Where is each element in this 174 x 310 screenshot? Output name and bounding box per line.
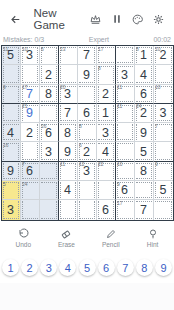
pencil-icon [105,228,117,240]
app-window: New Game [0,0,174,310]
numpad-button-1[interactable]: 1 [2,259,19,276]
cell-r9c1[interactable]: 3 [2,200,21,219]
cell-r3c9[interactable]: 10 [154,85,173,104]
numpad-button-6[interactable]: 6 [98,259,115,276]
status-row: Mistakes: 0/3 Expert 00:02 [0,32,174,45]
cell-value: 1 [140,49,147,62]
numpad-button-3[interactable]: 3 [40,259,57,276]
cell-r7c9[interactable]: 9 [154,162,173,181]
cell-value: 3 [7,204,14,217]
cage-sum-label: 12 [79,162,85,167]
cell-r1c7[interactable] [116,46,135,65]
settings-gear-icon[interactable] [152,13,165,26]
cell-value: 6 [83,107,90,120]
cage-sum-label: 7 [22,162,25,167]
cell-r1c2[interactable]: 103 [21,46,40,65]
cell-value: 7 [83,49,90,62]
cage-sum-label: 24 [136,104,142,109]
cell-r6c4[interactable]: 9 [59,142,78,161]
cell-value: 2 [140,107,147,120]
cell-r1c3[interactable]: 6 [40,46,59,65]
erase-label: Erase [58,241,75,248]
cell-r8c9[interactable]: 5 [154,181,173,200]
cell-r6c3[interactable]: 3 [40,142,59,161]
cage-border [22,143,38,159]
cage-border [60,66,76,82]
cell-value: 4 [64,184,71,197]
cell-value: 9 [140,127,147,140]
cage-sum-label: 17 [22,85,28,90]
cell-r9c5[interactable] [78,200,97,219]
cell-r3c5[interactable] [78,85,97,104]
cell-r2c2[interactable] [21,65,40,84]
back-button[interactable] [9,12,23,26]
cell-r8c6[interactable] [97,181,116,200]
cell-value: 8 [45,88,52,101]
sudoku-grid: 1151036237178110229834917782032116102197… [1,45,174,221]
cage-sum-label: 8 [98,66,101,71]
cage-sum-label: 17 [98,47,104,52]
cell-value: 6 [121,184,128,197]
undo-button[interactable]: Undo [15,228,31,248]
cage-sum-label: 21 [22,104,28,109]
cell-r1c1[interactable]: 115 [2,46,21,65]
cell-r1c4[interactable]: 23 [59,46,78,65]
cell-r5c5[interactable]: 8 [78,123,97,142]
cell-r3c4[interactable]: 203 [59,85,78,104]
cell-r8c3[interactable] [40,181,59,200]
cell-value: 9 [26,107,33,120]
cell-value: 3 [45,146,52,159]
difficulty-label: Expert [89,36,109,43]
cage-sum-label: 16 [3,143,9,148]
cage-sum-label: 6 [79,143,82,148]
crown-icon[interactable] [89,13,102,26]
cell-r7c7[interactable]: 10 [116,162,135,181]
cage-sum-label: 20 [60,85,66,90]
cell-r5c1[interactable]: 4 [2,123,21,142]
cell-r6c7[interactable] [116,142,135,161]
cage-sum-label: 10 [155,47,161,52]
numpad-button-4[interactable]: 4 [59,259,76,276]
cage-sum-label: 9 [3,85,6,90]
cell-value: 6 [140,88,147,101]
cage-sum-label: 8 [79,124,82,129]
cell-r1c9[interactable]: 102 [154,46,173,65]
numpad-button-7[interactable]: 7 [117,259,134,276]
cage-sum-label: 6 [41,47,44,52]
cell-r9c8[interactable]: 7 [135,200,154,219]
cell-value: 2 [102,88,109,101]
cage-border [60,201,76,218]
cell-r7c6[interactable]: 22 [97,162,116,181]
cell-r4c8[interactable]: 242 [135,104,154,123]
cage-border [41,201,57,218]
hint-button[interactable]: Hint [147,228,159,248]
cell-r2c1[interactable] [2,65,21,84]
cage-sum-label: 10 [117,162,123,167]
cell-r9c2[interactable] [21,200,40,219]
cell-r4c5[interactable]: 6 [78,104,97,123]
hint-label: Hint [147,241,159,248]
cell-r9c6[interactable]: 6 [97,200,116,219]
cage-sum-label: 22 [98,162,104,167]
cage-border [79,201,95,218]
cell-r7c5[interactable]: 123 [78,162,97,181]
cage-sum-label: 11 [117,104,122,109]
cage-sum-label: 23 [60,47,66,52]
pencil-label: Pencil [102,241,120,248]
cell-r6c9[interactable] [154,142,173,161]
cage-sum-label: 8 [136,47,139,52]
cage-sum-label: 10 [155,85,161,90]
cell-r4c7[interactable]: 11 [116,104,135,123]
cell-r3c2[interactable]: 177 [21,85,40,104]
cage-sum-label: 11 [3,47,8,52]
cell-value: 5 [140,146,147,159]
cell-value: 9 [64,146,71,159]
cell-value: 2 [26,127,33,140]
bottom-filler [0,283,174,310]
cage-sum-label: 17 [117,201,123,206]
cell-r7c4[interactable]: 11 [59,162,78,181]
cell-r3c6[interactable]: 2 [97,85,116,104]
cell-r4c1[interactable] [2,104,21,123]
cell-value: 6 [26,165,33,178]
cell-r8c1[interactable]: 5 [2,181,21,200]
toolbar: UndoErasePencilHint [0,221,174,253]
cell-r8c7[interactable]: 96 [116,181,135,200]
cell-r9c9[interactable] [154,200,173,219]
cell-r2c9[interactable] [154,65,173,84]
cell-r7c3[interactable] [40,162,59,181]
cell-value: 1 [102,107,109,120]
undo-icon [17,228,29,240]
cell-r8c5[interactable] [78,181,97,200]
cage-sum-label: 7 [155,124,158,129]
cage-sum-label: 11 [117,85,122,90]
cell-r6c5[interactable]: 62 [78,142,97,161]
timer-label: 00:02 [153,36,171,43]
cage-border [136,182,152,198]
cell-r6c8[interactable]: 5 [135,142,154,161]
cell-value: 7 [64,107,71,120]
cell-r3c8[interactable]: 6 [135,85,154,104]
cage-border [117,143,133,159]
cell-r5c3[interactable]: 266 [40,123,59,142]
bulb-icon [147,228,159,240]
cell-value: 3 [102,127,109,140]
cell-r9c3[interactable] [40,200,59,219]
cell-value: 2 [83,146,90,159]
cage-border [155,201,172,218]
numpad: 123456789 [0,253,174,283]
cage-sum-label: 24 [22,182,28,187]
cage-border [41,182,57,198]
cell-value: 9 [83,69,90,82]
cell-r2c3[interactable]: 2 [40,65,59,84]
cage-sum-label: 10 [22,47,28,52]
cell-r4c4[interactable]: 7 [59,104,78,123]
cell-r3c7[interactable]: 11 [116,85,135,104]
cage-border [117,124,133,140]
page-title: New Game [34,7,90,31]
cage-border [155,143,172,159]
cage-border [3,66,19,82]
numpad-button-5[interactable]: 5 [79,259,96,276]
undo-label: Undo [15,241,31,248]
cell-r2c8[interactable]: 4 [135,65,154,84]
erase-button[interactable]: Erase [58,228,75,248]
cell-r2c6[interactable]: 8 [97,65,116,84]
cell-r7c2[interactable]: 76 [21,162,40,181]
cell-r5c8[interactable]: 9 [135,123,154,142]
palette-icon[interactable] [131,13,144,26]
cell-r5c7[interactable] [116,123,135,142]
cage-sum-label: 9 [117,182,120,187]
cell-value: 2 [45,69,52,82]
cell-r3c3[interactable]: 8 [40,85,59,104]
cage-border [98,182,114,198]
cell-value: 3 [121,69,128,82]
numpad-button-8[interactable]: 8 [136,259,153,276]
mistakes-label: Mistakes: 0/3 [3,36,44,43]
cell-r6c1[interactable]: 16 [2,142,21,161]
cell-value: 4 [102,146,109,159]
cell-r3c1[interactable]: 9 [2,85,21,104]
cell-r4c6[interactable]: 1 [97,104,116,123]
cell-r5c6[interactable]: 3 [97,123,116,142]
cell-r8c2[interactable]: 24 [21,181,40,200]
cell-r1c6[interactable]: 17 [97,46,116,65]
cell-value: 9 [7,165,14,178]
cell-r6c2[interactable] [21,142,40,161]
back-arrow-icon [9,13,22,26]
cell-value: 4 [140,69,147,82]
cage-border [117,47,133,63]
pencil-button[interactable]: Pencil [102,228,120,248]
cage-border [22,201,38,218]
cell-r8c8[interactable] [135,181,154,200]
cage-border [41,163,57,179]
cell-r1c8[interactable]: 81 [135,46,154,65]
cage-border [22,66,38,82]
cell-value: 3 [160,107,167,120]
cage-sum-label: 11 [60,162,65,167]
cell-r5c9[interactable]: 7 [154,123,173,142]
cage-sum-label: 5 [3,182,6,187]
cell-r9c7[interactable]: 17 [116,200,135,219]
pause-button[interactable] [110,13,123,26]
numpad-button-9[interactable]: 9 [155,259,172,276]
cell-r8c4[interactable]: 4 [59,181,78,200]
top-bar: New Game [0,0,174,32]
cage-border [155,66,172,82]
cage-border [79,86,95,102]
cell-r7c1[interactable]: 9 [2,162,21,181]
cell-r5c2[interactable]: 2 [21,123,40,142]
cell-r7c8[interactable]: 8 [135,162,154,181]
cage-sum-label: 26 [41,124,47,129]
eraser-icon [60,228,72,240]
numpad-button-2[interactable]: 2 [21,259,38,276]
cage-border [41,105,57,121]
cell-r2c7[interactable]: 3 [116,65,135,84]
cell-r5c4[interactable]: 8 [59,123,78,142]
cell-r4c3[interactable] [40,104,59,123]
cell-r2c4[interactable] [59,65,78,84]
cell-value: 8 [140,165,147,178]
cell-r6c6[interactable]: 4 [97,142,116,161]
cell-r1c5[interactable]: 7 [78,46,97,65]
cell-r4c2[interactable]: 219 [21,104,40,123]
cell-r9c4[interactable] [59,200,78,219]
cell-value: 3 [83,165,90,178]
cell-value: 5 [160,184,167,197]
cell-value: 4 [7,127,14,140]
cage-border [79,182,95,198]
cage-sum-label: 9 [155,162,158,167]
cell-value: 7 [140,204,147,217]
cell-r4c9[interactable]: 3 [154,104,173,123]
cell-r2c5[interactable]: 9 [78,65,97,84]
cell-value: 8 [64,127,71,140]
cage-border [3,105,19,121]
cell-value: 6 [102,204,109,217]
